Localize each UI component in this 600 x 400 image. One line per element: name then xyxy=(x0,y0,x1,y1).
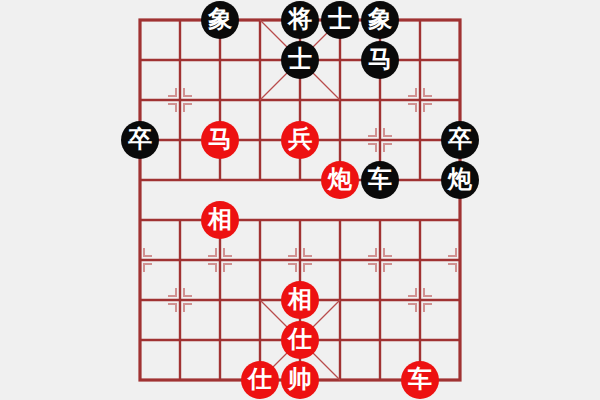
piece-glyph: 士 xyxy=(288,47,312,71)
xiangqi-app: 象将士象士马卒马兵卒炮车炮相相仕仕帅车 xyxy=(0,0,600,400)
piece-glyph: 炮 xyxy=(328,167,352,191)
piece-glyph: 马 xyxy=(368,47,392,71)
piece-glyph: 仕 xyxy=(248,367,272,391)
piece-red-horse[interactable]: 马 xyxy=(201,121,239,159)
piece-glyph: 象 xyxy=(208,7,232,31)
piece-red-general[interactable]: 帅 xyxy=(281,361,319,399)
piece-glyph: 兵 xyxy=(288,127,312,151)
piece-black-pawn[interactable]: 卒 xyxy=(441,121,479,159)
piece-red-pawn[interactable]: 兵 xyxy=(281,121,319,159)
piece-black-horse[interactable]: 马 xyxy=(361,41,399,79)
piece-glyph: 将 xyxy=(288,7,312,31)
piece-glyph: 仕 xyxy=(288,327,312,351)
piece-glyph: 士 xyxy=(328,7,352,31)
piece-black-pawn[interactable]: 卒 xyxy=(121,121,159,159)
piece-black-elephant[interactable]: 象 xyxy=(361,1,399,39)
piece-red-cannon[interactable]: 炮 xyxy=(321,161,359,199)
piece-black-advisor[interactable]: 士 xyxy=(321,1,359,39)
piece-glyph: 车 xyxy=(408,367,432,391)
piece-glyph: 相 xyxy=(288,287,312,311)
xiangqi-board[interactable]: 象将士象士马卒马兵卒炮车炮相相仕仕帅车 xyxy=(120,0,480,400)
piece-glyph: 卒 xyxy=(128,127,152,151)
piece-glyph: 马 xyxy=(208,127,232,151)
piece-black-general[interactable]: 将 xyxy=(281,1,319,39)
piece-black-elephant[interactable]: 象 xyxy=(201,1,239,39)
piece-red-elephant[interactable]: 相 xyxy=(281,281,319,319)
piece-glyph: 车 xyxy=(368,167,392,191)
piece-red-advisor[interactable]: 仕 xyxy=(241,361,279,399)
piece-red-elephant[interactable]: 相 xyxy=(201,201,239,239)
piece-black-cannon[interactable]: 炮 xyxy=(441,161,479,199)
piece-glyph: 相 xyxy=(208,207,232,231)
piece-red-advisor[interactable]: 仕 xyxy=(281,321,319,359)
piece-glyph: 帅 xyxy=(288,367,312,391)
piece-red-chariot[interactable]: 车 xyxy=(401,361,439,399)
piece-glyph: 象 xyxy=(368,7,392,31)
piece-glyph: 卒 xyxy=(448,127,472,151)
piece-black-chariot[interactable]: 车 xyxy=(361,161,399,199)
piece-black-advisor[interactable]: 士 xyxy=(281,41,319,79)
piece-glyph: 炮 xyxy=(448,167,472,191)
